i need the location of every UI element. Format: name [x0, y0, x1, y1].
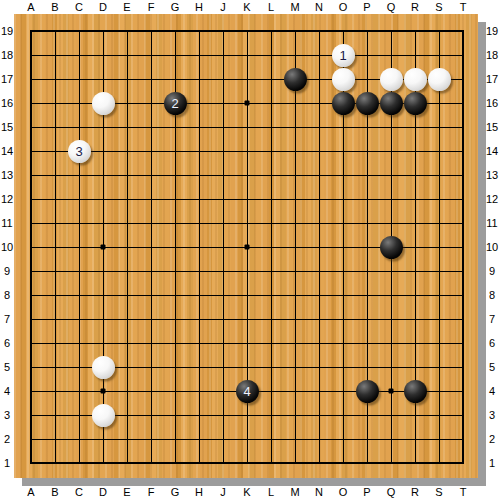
intersection[interactable] [307, 139, 331, 163]
intersection[interactable] [43, 355, 67, 379]
intersection[interactable] [451, 427, 475, 451]
intersection[interactable] [91, 331, 115, 355]
intersection[interactable] [331, 19, 355, 43]
intersection[interactable] [19, 427, 43, 451]
intersection[interactable] [43, 187, 67, 211]
intersection[interactable] [355, 379, 379, 403]
intersection[interactable] [331, 235, 355, 259]
intersection[interactable] [259, 235, 283, 259]
intersection[interactable] [259, 187, 283, 211]
intersection[interactable] [19, 19, 43, 43]
intersection[interactable] [187, 91, 211, 115]
intersection[interactable] [163, 43, 187, 67]
intersection[interactable] [67, 451, 91, 475]
intersection[interactable] [355, 187, 379, 211]
intersection[interactable] [115, 403, 139, 427]
intersection[interactable] [307, 307, 331, 331]
intersection[interactable] [355, 19, 379, 43]
intersection[interactable] [283, 283, 307, 307]
intersection[interactable] [331, 163, 355, 187]
intersection[interactable] [427, 451, 451, 475]
intersection[interactable] [67, 283, 91, 307]
intersection[interactable] [379, 43, 403, 67]
intersection[interactable] [307, 235, 331, 259]
intersection[interactable] [211, 67, 235, 91]
intersection[interactable] [211, 235, 235, 259]
intersection[interactable] [67, 259, 91, 283]
intersection[interactable] [403, 427, 427, 451]
intersection[interactable] [163, 307, 187, 331]
intersection[interactable] [235, 19, 259, 43]
intersection[interactable] [43, 139, 67, 163]
intersection[interactable] [163, 67, 187, 91]
intersection[interactable] [187, 355, 211, 379]
intersection[interactable] [235, 67, 259, 91]
intersection[interactable] [403, 259, 427, 283]
intersection[interactable] [163, 235, 187, 259]
intersection[interactable] [403, 331, 427, 355]
intersection[interactable] [115, 427, 139, 451]
intersection[interactable] [211, 139, 235, 163]
intersection[interactable] [235, 355, 259, 379]
intersection[interactable] [187, 67, 211, 91]
intersection[interactable] [355, 43, 379, 67]
intersection[interactable] [139, 403, 163, 427]
intersection[interactable] [187, 427, 211, 451]
intersection[interactable] [451, 331, 475, 355]
intersection[interactable] [331, 427, 355, 451]
intersection[interactable] [115, 331, 139, 355]
intersection[interactable] [187, 403, 211, 427]
intersection[interactable] [139, 331, 163, 355]
intersection[interactable] [259, 43, 283, 67]
intersection[interactable] [115, 307, 139, 331]
intersection[interactable] [211, 355, 235, 379]
intersection[interactable] [211, 427, 235, 451]
intersection[interactable] [379, 283, 403, 307]
intersection[interactable] [403, 379, 427, 403]
intersection[interactable] [259, 211, 283, 235]
intersection[interactable] [163, 163, 187, 187]
intersection[interactable] [307, 211, 331, 235]
intersection[interactable] [307, 331, 331, 355]
intersection[interactable] [43, 163, 67, 187]
intersection[interactable] [235, 115, 259, 139]
intersection[interactable] [43, 427, 67, 451]
intersection[interactable] [403, 211, 427, 235]
intersection[interactable] [259, 307, 283, 331]
intersection[interactable] [19, 139, 43, 163]
intersection[interactable] [379, 307, 403, 331]
intersection[interactable] [331, 355, 355, 379]
intersection[interactable] [19, 187, 43, 211]
intersection[interactable] [91, 451, 115, 475]
intersection[interactable] [331, 379, 355, 403]
intersection[interactable] [283, 43, 307, 67]
intersection[interactable] [43, 451, 67, 475]
intersection[interactable] [235, 139, 259, 163]
intersection[interactable] [139, 235, 163, 259]
intersection[interactable] [355, 139, 379, 163]
intersection[interactable] [235, 43, 259, 67]
intersection[interactable] [211, 43, 235, 67]
intersection[interactable] [451, 283, 475, 307]
intersection[interactable] [379, 67, 403, 91]
intersection[interactable] [403, 283, 427, 307]
intersection[interactable] [67, 67, 91, 91]
intersection[interactable] [379, 19, 403, 43]
intersection[interactable] [19, 379, 43, 403]
intersection[interactable] [211, 163, 235, 187]
intersection[interactable] [403, 139, 427, 163]
intersection[interactable] [451, 451, 475, 475]
intersection[interactable] [139, 139, 163, 163]
intersection[interactable]: 3 [67, 139, 91, 163]
intersection[interactable] [259, 139, 283, 163]
intersection[interactable] [91, 211, 115, 235]
intersection[interactable] [403, 115, 427, 139]
intersection[interactable] [43, 91, 67, 115]
intersection[interactable] [115, 355, 139, 379]
intersection[interactable] [451, 187, 475, 211]
intersection[interactable] [451, 115, 475, 139]
intersection[interactable] [91, 283, 115, 307]
intersection[interactable] [43, 331, 67, 355]
intersection[interactable] [187, 235, 211, 259]
intersection[interactable] [283, 19, 307, 43]
intersection[interactable] [235, 211, 259, 235]
intersection[interactable] [91, 67, 115, 91]
intersection[interactable] [19, 91, 43, 115]
intersection[interactable] [163, 451, 187, 475]
intersection[interactable] [163, 115, 187, 139]
intersection[interactable] [259, 451, 283, 475]
intersection[interactable] [67, 187, 91, 211]
intersection[interactable] [451, 307, 475, 331]
intersection[interactable] [379, 235, 403, 259]
intersection[interactable] [307, 43, 331, 67]
intersection[interactable] [211, 91, 235, 115]
intersection[interactable] [355, 331, 379, 355]
intersection[interactable] [163, 379, 187, 403]
intersection[interactable] [283, 163, 307, 187]
intersection[interactable] [331, 91, 355, 115]
intersection[interactable] [427, 403, 451, 427]
intersection[interactable] [259, 259, 283, 283]
intersection[interactable] [115, 163, 139, 187]
intersection[interactable] [235, 427, 259, 451]
intersection[interactable] [355, 115, 379, 139]
intersection[interactable] [163, 139, 187, 163]
intersection[interactable] [259, 403, 283, 427]
intersection[interactable] [427, 427, 451, 451]
intersection[interactable] [379, 139, 403, 163]
intersection[interactable] [283, 355, 307, 379]
intersection[interactable] [139, 379, 163, 403]
intersection[interactable] [19, 115, 43, 139]
intersection[interactable] [91, 403, 115, 427]
intersection[interactable] [139, 67, 163, 91]
intersection[interactable] [283, 91, 307, 115]
intersection[interactable] [163, 19, 187, 43]
intersection[interactable] [187, 307, 211, 331]
intersection[interactable] [235, 451, 259, 475]
intersection[interactable] [139, 307, 163, 331]
intersection[interactable] [115, 115, 139, 139]
intersection[interactable] [331, 115, 355, 139]
intersection[interactable] [19, 355, 43, 379]
intersection[interactable] [211, 259, 235, 283]
intersection[interactable] [139, 43, 163, 67]
intersection[interactable] [91, 307, 115, 331]
intersection[interactable] [187, 139, 211, 163]
intersection[interactable] [19, 403, 43, 427]
intersection[interactable] [331, 451, 355, 475]
intersection[interactable] [67, 235, 91, 259]
intersection[interactable] [19, 163, 43, 187]
intersection[interactable] [331, 283, 355, 307]
intersection[interactable] [283, 115, 307, 139]
intersection[interactable] [259, 163, 283, 187]
intersection[interactable] [427, 163, 451, 187]
intersection[interactable] [307, 403, 331, 427]
intersection[interactable] [259, 19, 283, 43]
intersection[interactable]: 2 [163, 91, 187, 115]
intersection[interactable] [67, 403, 91, 427]
intersection[interactable] [43, 211, 67, 235]
intersection[interactable] [67, 91, 91, 115]
intersection[interactable] [427, 331, 451, 355]
intersection[interactable] [139, 187, 163, 211]
intersection[interactable] [235, 163, 259, 187]
intersection[interactable] [187, 19, 211, 43]
intersection[interactable] [91, 43, 115, 67]
intersection[interactable] [163, 331, 187, 355]
intersection[interactable] [187, 331, 211, 355]
intersection[interactable] [67, 307, 91, 331]
intersection[interactable] [139, 91, 163, 115]
intersection[interactable] [259, 379, 283, 403]
intersection[interactable] [187, 283, 211, 307]
intersection[interactable] [283, 451, 307, 475]
intersection[interactable] [451, 43, 475, 67]
intersection[interactable] [235, 403, 259, 427]
intersection[interactable] [235, 235, 259, 259]
intersection[interactable] [379, 91, 403, 115]
intersection[interactable] [331, 211, 355, 235]
intersection[interactable] [427, 379, 451, 403]
intersection[interactable] [235, 187, 259, 211]
intersection[interactable] [403, 19, 427, 43]
intersection[interactable] [307, 19, 331, 43]
intersection[interactable] [211, 307, 235, 331]
intersection[interactable] [259, 331, 283, 355]
intersection[interactable] [19, 259, 43, 283]
intersection[interactable] [427, 43, 451, 67]
intersection[interactable] [331, 307, 355, 331]
intersection[interactable] [211, 451, 235, 475]
intersection[interactable] [259, 67, 283, 91]
intersection[interactable] [211, 115, 235, 139]
intersection[interactable] [379, 331, 403, 355]
intersection[interactable] [427, 187, 451, 211]
intersection[interactable] [379, 187, 403, 211]
intersection[interactable] [331, 259, 355, 283]
intersection[interactable] [331, 331, 355, 355]
intersection[interactable] [163, 259, 187, 283]
intersection[interactable] [307, 91, 331, 115]
intersection[interactable] [283, 403, 307, 427]
intersection[interactable] [307, 427, 331, 451]
intersection[interactable] [67, 115, 91, 139]
intersection[interactable] [139, 211, 163, 235]
intersection[interactable] [307, 163, 331, 187]
intersection[interactable] [43, 259, 67, 283]
intersection[interactable] [451, 259, 475, 283]
intersection[interactable] [187, 259, 211, 283]
intersection[interactable] [403, 451, 427, 475]
intersection[interactable] [19, 307, 43, 331]
intersection[interactable] [91, 355, 115, 379]
intersection[interactable] [283, 331, 307, 355]
intersection[interactable] [283, 235, 307, 259]
intersection[interactable] [187, 451, 211, 475]
intersection[interactable] [259, 355, 283, 379]
intersection[interactable] [91, 115, 115, 139]
intersection[interactable] [283, 67, 307, 91]
intersection[interactable] [139, 451, 163, 475]
intersection[interactable] [355, 283, 379, 307]
intersection[interactable] [43, 115, 67, 139]
intersection[interactable] [427, 91, 451, 115]
intersection[interactable] [331, 187, 355, 211]
intersection[interactable] [67, 427, 91, 451]
intersection[interactable] [355, 259, 379, 283]
intersection[interactable] [43, 379, 67, 403]
intersection[interactable] [115, 43, 139, 67]
intersection[interactable] [139, 427, 163, 451]
intersection[interactable] [115, 211, 139, 235]
intersection[interactable] [91, 163, 115, 187]
intersection[interactable] [379, 163, 403, 187]
intersection[interactable] [307, 451, 331, 475]
intersection[interactable] [43, 307, 67, 331]
intersection[interactable] [19, 283, 43, 307]
intersection[interactable] [379, 379, 403, 403]
intersection[interactable] [115, 139, 139, 163]
intersection[interactable] [91, 187, 115, 211]
intersection[interactable] [403, 163, 427, 187]
intersection[interactable] [187, 43, 211, 67]
intersection[interactable] [379, 115, 403, 139]
intersection[interactable] [259, 427, 283, 451]
intersection[interactable] [19, 331, 43, 355]
intersection[interactable] [187, 187, 211, 211]
intersection[interactable] [211, 211, 235, 235]
intersection[interactable] [187, 211, 211, 235]
intersection[interactable] [355, 235, 379, 259]
intersection[interactable] [451, 235, 475, 259]
intersection[interactable] [283, 379, 307, 403]
intersection[interactable] [379, 427, 403, 451]
intersection[interactable] [451, 163, 475, 187]
intersection[interactable] [451, 355, 475, 379]
intersection[interactable] [139, 355, 163, 379]
intersection[interactable] [427, 19, 451, 43]
intersection[interactable]: 4 [235, 379, 259, 403]
intersection[interactable] [259, 115, 283, 139]
intersection[interactable] [307, 379, 331, 403]
intersection[interactable] [19, 235, 43, 259]
intersection[interactable] [235, 331, 259, 355]
intersection[interactable] [115, 187, 139, 211]
intersection[interactable] [211, 187, 235, 211]
intersection[interactable] [67, 355, 91, 379]
intersection[interactable] [355, 427, 379, 451]
intersection[interactable] [355, 451, 379, 475]
intersection[interactable] [307, 115, 331, 139]
intersection[interactable] [427, 259, 451, 283]
intersection[interactable] [307, 355, 331, 379]
intersection[interactable] [115, 91, 139, 115]
intersection[interactable] [427, 307, 451, 331]
intersection[interactable] [283, 259, 307, 283]
intersection[interactable] [379, 259, 403, 283]
intersection[interactable] [67, 19, 91, 43]
intersection[interactable] [283, 427, 307, 451]
intersection[interactable] [427, 115, 451, 139]
intersection[interactable] [427, 283, 451, 307]
intersection[interactable] [163, 355, 187, 379]
intersection[interactable] [139, 259, 163, 283]
intersection[interactable] [427, 235, 451, 259]
intersection[interactable] [67, 43, 91, 67]
intersection[interactable] [91, 427, 115, 451]
intersection[interactable] [331, 67, 355, 91]
intersection[interactable] [91, 19, 115, 43]
intersection[interactable] [331, 139, 355, 163]
intersection[interactable] [139, 19, 163, 43]
intersection[interactable] [115, 283, 139, 307]
intersection[interactable] [211, 403, 235, 427]
intersection[interactable] [235, 283, 259, 307]
intersection[interactable] [91, 91, 115, 115]
intersection[interactable] [211, 331, 235, 355]
intersection[interactable] [379, 451, 403, 475]
intersection[interactable] [379, 403, 403, 427]
intersection[interactable] [187, 115, 211, 139]
intersection[interactable] [211, 19, 235, 43]
intersection[interactable] [43, 19, 67, 43]
intersection[interactable] [451, 19, 475, 43]
intersection[interactable] [187, 163, 211, 187]
intersection[interactable] [427, 355, 451, 379]
intersection[interactable] [139, 115, 163, 139]
intersection[interactable] [283, 187, 307, 211]
intersection[interactable] [403, 43, 427, 67]
intersection[interactable] [427, 139, 451, 163]
intersection[interactable] [451, 139, 475, 163]
intersection[interactable]: 1 [331, 43, 355, 67]
intersection[interactable] [91, 259, 115, 283]
intersection[interactable] [451, 379, 475, 403]
intersection[interactable] [403, 187, 427, 211]
intersection[interactable] [211, 379, 235, 403]
intersection[interactable] [67, 211, 91, 235]
intersection[interactable] [91, 235, 115, 259]
intersection[interactable] [43, 403, 67, 427]
intersection[interactable] [307, 187, 331, 211]
